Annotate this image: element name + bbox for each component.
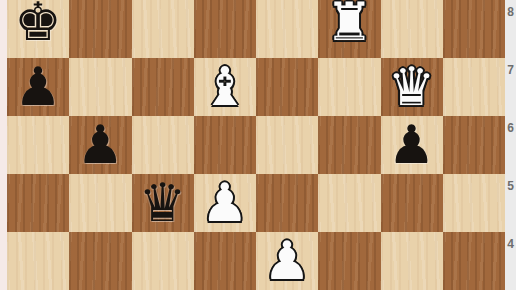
square-a5[interactable] [7, 174, 69, 232]
square-h4[interactable] [443, 232, 505, 290]
rank-label-7: 7 [505, 58, 516, 116]
square-a6[interactable] [7, 116, 69, 174]
rank-label-5: 5 [505, 174, 516, 232]
square-e5[interactable] [256, 174, 318, 232]
white-rook[interactable]: ♜ [326, 0, 374, 51]
white-queen[interactable]: ♛ [388, 58, 436, 116]
black-pawn[interactable]: ♟ [388, 116, 436, 174]
square-c6[interactable] [132, 116, 194, 174]
left-edge-strip [0, 0, 7, 290]
rank-label-8: 8 [505, 0, 516, 58]
square-h5[interactable] [443, 174, 505, 232]
square-e7[interactable] [256, 58, 318, 116]
rank-label-strip: 8 7 6 5 4 [505, 0, 516, 290]
square-b6[interactable]: ♟ [69, 116, 131, 174]
square-c5[interactable]: ♛ [132, 174, 194, 232]
square-e6[interactable] [256, 116, 318, 174]
square-b4[interactable] [69, 232, 131, 290]
square-e8[interactable] [256, 0, 318, 58]
square-f5[interactable] [318, 174, 380, 232]
square-g7[interactable]: ♛ [381, 58, 443, 116]
square-b5[interactable] [69, 174, 131, 232]
square-f8[interactable]: ♜ [318, 0, 380, 58]
square-f4[interactable] [318, 232, 380, 290]
white-bishop[interactable]: ♝ [201, 58, 249, 116]
black-pawn[interactable]: ♟ [14, 58, 62, 116]
square-d7[interactable]: ♝ [194, 58, 256, 116]
black-pawn[interactable]: ♟ [77, 116, 125, 174]
square-f6[interactable] [318, 116, 380, 174]
square-c4[interactable] [132, 232, 194, 290]
square-b7[interactable] [69, 58, 131, 116]
square-b8[interactable] [69, 0, 131, 58]
square-d5[interactable]: ♟ [194, 174, 256, 232]
black-queen[interactable]: ♛ [139, 174, 187, 232]
chess-board: ♚♜♟♝♛♟♟♛♟♟ [7, 0, 505, 290]
square-h6[interactable] [443, 116, 505, 174]
square-h7[interactable] [443, 58, 505, 116]
square-c7[interactable] [132, 58, 194, 116]
square-g4[interactable] [381, 232, 443, 290]
square-d6[interactable] [194, 116, 256, 174]
square-h8[interactable] [443, 0, 505, 58]
rank-label-6: 6 [505, 116, 516, 174]
square-a4[interactable] [7, 232, 69, 290]
white-pawn[interactable]: ♟ [201, 174, 249, 232]
square-c8[interactable] [132, 0, 194, 58]
square-d4[interactable] [194, 232, 256, 290]
square-g8[interactable] [381, 0, 443, 58]
rank-label-4: 4 [505, 232, 516, 290]
square-a8[interactable]: ♚ [7, 0, 69, 58]
white-pawn[interactable]: ♟ [263, 232, 311, 290]
square-g5[interactable] [381, 174, 443, 232]
square-g6[interactable]: ♟ [381, 116, 443, 174]
square-a7[interactable]: ♟ [7, 58, 69, 116]
square-d8[interactable] [194, 0, 256, 58]
chess-board-screenshot: ♚♜♟♝♛♟♟♛♟♟ 8 7 6 5 4 [0, 0, 516, 290]
square-e4[interactable]: ♟ [256, 232, 318, 290]
square-f7[interactable] [318, 58, 380, 116]
black-king[interactable]: ♚ [14, 0, 62, 51]
